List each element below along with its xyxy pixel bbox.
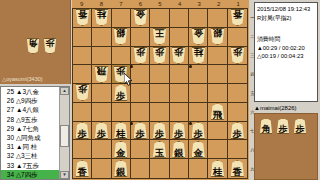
board-cell[interactable] [131, 140, 150, 159]
move-text: △同角成 [16, 133, 41, 142]
file-label: 3 [189, 0, 209, 8]
move-text: △3三桂 [16, 151, 38, 160]
board-cell[interactable]: 歩 [73, 84, 92, 103]
board-cell[interactable] [228, 84, 247, 103]
board-cell[interactable]: 銀 [208, 28, 227, 47]
board-cell[interactable] [150, 84, 169, 103]
mouse-cursor-icon [124, 73, 133, 86]
board-cell[interactable]: 金 [189, 140, 208, 159]
star-point [130, 65, 133, 68]
piece-桂[interactable]: 桂 [113, 122, 128, 139]
piece-桂[interactable]: 桂 [210, 160, 225, 177]
piece-香[interactable]: 香 [230, 160, 245, 177]
board-cell[interactable]: 歩 [170, 122, 189, 141]
board-cell[interactable] [170, 65, 189, 84]
board-cell[interactable] [73, 103, 92, 122]
game-type: R対局(早指2) [257, 14, 315, 23]
board-cell[interactable] [228, 65, 247, 84]
board-cell[interactable] [150, 103, 169, 122]
board-cell[interactable]: 歩 [73, 122, 92, 141]
board-cell[interactable]: 香 [228, 159, 247, 178]
shogi-board: 987654321 香桂金香銀王金銀歩歩歩桂歩飛歩歩歩飛歩歩桂歩歩歩歩歩金玉銀金… [72, 0, 249, 180]
board-cell[interactable]: 歩 [150, 47, 169, 66]
board-cell[interactable]: 飛 [92, 65, 111, 84]
gote-player-name: △oyasumi(3430) [2, 76, 68, 82]
board-cell[interactable]: 金 [131, 9, 150, 28]
board-cell[interactable]: 桂 [208, 159, 227, 178]
board-grid[interactable]: 香桂金香銀王金銀歩歩歩桂歩飛歩歩歩飛歩歩桂歩歩歩歩歩金玉銀金香銀桂香 [72, 8, 248, 179]
board-cell[interactable]: 香 [73, 159, 92, 178]
star-point [189, 122, 192, 125]
move-text: ▲4八銀 [16, 105, 39, 114]
board-cell[interactable] [131, 84, 150, 103]
piece-香[interactable]: 香 [75, 9, 90, 26]
board-cell[interactable] [189, 65, 208, 84]
board-cell[interactable] [131, 65, 150, 84]
board-cell[interactable] [189, 159, 208, 178]
move-number: 29 [1, 124, 14, 133]
piece-歩[interactable]: 歩 [113, 84, 128, 101]
piece-金[interactable]: 金 [113, 141, 128, 158]
file-labels: 987654321 [72, 0, 248, 8]
move-text: △9四歩 [16, 96, 38, 105]
move-number: 31 [1, 142, 14, 151]
file-label: 6 [131, 0, 151, 8]
board-cell[interactable]: 金 [189, 28, 208, 47]
board-cell[interactable] [189, 9, 208, 28]
piece-金[interactable]: 金 [191, 28, 206, 45]
file-label: 5 [150, 0, 170, 8]
board-cell[interactable] [228, 28, 247, 47]
board-cell[interactable]: 玉 [150, 140, 169, 159]
board-cell[interactable] [112, 103, 131, 122]
file-label: 2 [209, 0, 229, 8]
board-cell[interactable]: 銀 [112, 159, 131, 178]
gote-hand-pieces: 角歩 [26, 38, 57, 54]
move-number: 33 [1, 161, 14, 170]
file-label: 8 [92, 0, 112, 8]
piece-歩[interactable]: 歩 [75, 84, 90, 101]
move-text: ▲7七角 [16, 124, 39, 133]
sente-hand-pieces: 角歩歩 [259, 118, 315, 134]
board-cell[interactable] [170, 159, 189, 178]
move-number: 30 [1, 133, 14, 142]
board-cell[interactable] [150, 65, 169, 84]
piece-金[interactable]: 金 [133, 9, 148, 26]
star-point [189, 65, 192, 68]
hand-piece-歩[interactable]: 歩 [276, 118, 290, 134]
hand-piece-角[interactable]: 角 [259, 118, 273, 134]
board-cell[interactable] [112, 9, 131, 28]
move-number: 28 [1, 115, 14, 124]
board-cell[interactable]: 歩 [131, 122, 150, 141]
gote-time: △00:19 / 00:04:23 [257, 52, 315, 61]
board-cell[interactable] [92, 140, 111, 159]
board-cell[interactable] [189, 84, 208, 103]
piece-銀[interactable]: 銀 [113, 160, 128, 177]
piece-香[interactable]: 香 [75, 160, 90, 177]
game-datetime: 2015/12/08 19:12:43 [257, 5, 315, 14]
gote-hand-panel: 角歩 △oyasumi(3430) [0, 0, 71, 84]
hand-piece-歩[interactable]: 歩 [43, 38, 57, 54]
board-cell[interactable]: 金 [112, 140, 131, 159]
board-cell[interactable] [73, 65, 92, 84]
board-cell[interactable] [131, 103, 150, 122]
scroll-down-button[interactable]: ▼ [60, 171, 69, 179]
piece-王[interactable]: 王 [152, 28, 167, 45]
piece-香[interactable]: 香 [230, 9, 245, 26]
board-cell[interactable] [208, 140, 227, 159]
board-cell[interactable] [150, 159, 169, 178]
scroll-up-button[interactable]: ▲ [60, 87, 69, 95]
board-cell[interactable]: 王 [150, 28, 169, 47]
sente-time: ▲00:29 / 00:02:20 [257, 44, 315, 53]
move-number: 27 [1, 105, 14, 114]
piece-銀[interactable]: 銀 [171, 141, 186, 158]
piece-歩[interactable]: 歩 [75, 122, 90, 139]
board-cell[interactable]: 香 [228, 9, 247, 28]
game-info-panel: 2015/12/08 19:12:43 R対局(早指2) 消費時間 ▲00:29… [254, 2, 318, 102]
piece-歩[interactable]: 歩 [94, 122, 109, 139]
board-cell[interactable] [150, 9, 169, 28]
piece-歩[interactable]: 歩 [133, 47, 148, 64]
board-cell[interactable]: 桂 [112, 122, 131, 141]
board-cell[interactable]: 桂 [189, 47, 208, 66]
board-cell[interactable] [208, 9, 227, 28]
board-cell[interactable] [170, 9, 189, 28]
board-cell[interactable]: 桂 [92, 9, 111, 28]
board-cell[interactable]: 歩 [228, 47, 247, 66]
piece-銀[interactable]: 銀 [113, 28, 128, 45]
move-number: 26 [1, 96, 14, 105]
piece-歩[interactable]: 歩 [191, 122, 206, 139]
board-cell[interactable]: 歩 [150, 122, 169, 141]
board-cell[interactable] [208, 84, 227, 103]
board-cell[interactable] [131, 28, 150, 47]
star-point [130, 122, 133, 125]
move-text: △7四歩 [16, 170, 38, 179]
board-cell[interactable] [112, 47, 131, 66]
hand-piece-角[interactable]: 角 [26, 38, 40, 54]
piece-歩[interactable]: 歩 [152, 47, 167, 64]
board-cell[interactable] [208, 65, 227, 84]
move-text: ▲同 桂 [16, 142, 37, 151]
piece-歩[interactable]: 歩 [133, 122, 148, 139]
board-cell[interactable] [73, 47, 92, 66]
file-label: 1 [228, 0, 248, 8]
board-cell[interactable]: 香 [73, 9, 92, 28]
piece-玉[interactable]: 玉 [152, 141, 167, 158]
piece-歩[interactable]: 歩 [171, 47, 186, 64]
move-list-scrollbar[interactable]: ▲ ▼ [59, 87, 69, 179]
file-label: 4 [170, 0, 190, 8]
piece-飛[interactable]: 飛 [210, 103, 225, 120]
piece-金[interactable]: 金 [191, 141, 206, 158]
board-cell[interactable] [131, 159, 150, 178]
board-cell[interactable] [92, 84, 111, 103]
sente-hand-panel: 角歩歩 [254, 113, 318, 180]
board-cell[interactable]: 歩 [112, 84, 131, 103]
piece-飛[interactable]: 飛 [94, 66, 109, 83]
board-cell[interactable] [73, 140, 92, 159]
board-cell[interactable]: 歩 [189, 122, 208, 141]
board-cell[interactable]: 歩 [170, 47, 189, 66]
board-cell[interactable]: 銀 [112, 28, 131, 47]
file-label: 9 [72, 0, 92, 8]
board-cell[interactable]: 飛 [208, 103, 227, 122]
board-cell[interactable]: 歩 [131, 47, 150, 66]
file-label: 7 [111, 0, 131, 8]
board-cell[interactable]: 歩 [228, 122, 247, 141]
sente-player-name: ▲maimai(2826) [254, 105, 318, 111]
piece-銀[interactable]: 銀 [210, 28, 225, 45]
scrollbar-thumb[interactable] [60, 125, 69, 147]
board-cell[interactable] [208, 122, 227, 141]
piece-歩[interactable]: 歩 [152, 122, 167, 139]
board-cell[interactable]: 銀 [170, 140, 189, 159]
move-text: ▲7五歩 [16, 161, 39, 170]
board-cell[interactable] [73, 28, 92, 47]
move-number: 32 [1, 151, 14, 160]
piece-桂[interactable]: 桂 [191, 47, 206, 64]
board-cell[interactable] [170, 84, 189, 103]
hand-piece-歩[interactable]: 歩 [293, 118, 307, 134]
board-cell[interactable] [170, 103, 189, 122]
board-cell[interactable] [92, 103, 111, 122]
board-cell[interactable] [92, 47, 111, 66]
board-cell[interactable] [228, 140, 247, 159]
move-list[interactable]: 25▲3八金26△9四歩27▲4八銀28△9五歩29▲7七角30△同角成31▲同… [0, 86, 70, 180]
board-cell[interactable] [92, 159, 111, 178]
board-cell[interactable] [189, 103, 208, 122]
board-cell[interactable] [228, 103, 247, 122]
piece-歩[interactable]: 歩 [230, 47, 245, 64]
piece-歩[interactable]: 歩 [171, 122, 186, 139]
board-cell[interactable] [170, 28, 189, 47]
board-cell[interactable]: 歩 [92, 122, 111, 141]
move-number: 25 [1, 87, 14, 96]
piece-歩[interactable]: 歩 [230, 122, 245, 139]
board-cell[interactable] [92, 28, 111, 47]
piece-桂[interactable]: 桂 [94, 9, 109, 26]
board-cell[interactable] [208, 47, 227, 66]
time-header: 消費時間 [257, 35, 315, 44]
move-text: △9五歩 [16, 115, 38, 124]
move-number: 34 [1, 170, 14, 179]
move-text: ▲3八金 [16, 87, 39, 96]
